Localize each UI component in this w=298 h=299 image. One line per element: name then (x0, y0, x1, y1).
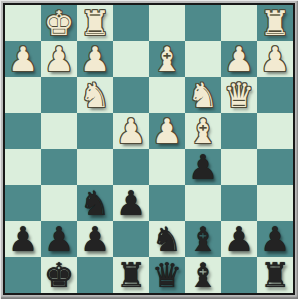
white-pawn[interactable]: ♟ (116, 113, 146, 149)
black-pawn[interactable]: ♟ (188, 149, 218, 185)
square-a8[interactable] (5, 5, 41, 41)
square-g7[interactable]: ♟ (221, 41, 257, 77)
square-h4[interactable] (257, 149, 293, 185)
square-e4[interactable] (149, 149, 185, 185)
square-h7[interactable]: ♟ (257, 41, 293, 77)
black-king[interactable]: ♚ (44, 257, 74, 293)
square-h3[interactable] (257, 185, 293, 221)
white-pawn[interactable]: ♟ (8, 41, 38, 77)
white-rook[interactable]: ♜ (260, 5, 290, 41)
square-f4[interactable]: ♟ (185, 149, 221, 185)
white-queen[interactable]: ♛ (224, 77, 254, 113)
square-h2[interactable]: ♟ (257, 221, 293, 257)
square-d8[interactable] (113, 5, 149, 41)
square-e5[interactable]: ♟ (149, 113, 185, 149)
square-d4[interactable] (113, 149, 149, 185)
square-d5[interactable]: ♟ (113, 113, 149, 149)
black-rook[interactable]: ♜ (260, 257, 290, 293)
square-f5[interactable]: ♝ (185, 113, 221, 149)
square-g6[interactable]: ♛ (221, 77, 257, 113)
square-g4[interactable] (221, 149, 257, 185)
square-e7[interactable]: ♝ (149, 41, 185, 77)
square-e2[interactable]: ♞ (149, 221, 185, 257)
square-f8[interactable] (185, 5, 221, 41)
square-a1[interactable] (5, 257, 41, 293)
white-bishop[interactable]: ♝ (152, 41, 182, 77)
square-e1[interactable]: ♛ (149, 257, 185, 293)
square-d7[interactable] (113, 41, 149, 77)
black-queen[interactable]: ♛ (152, 257, 182, 293)
white-pawn[interactable]: ♟ (80, 41, 110, 77)
black-pawn[interactable]: ♟ (116, 185, 146, 221)
white-knight[interactable]: ♞ (80, 77, 110, 113)
square-f2[interactable]: ♝ (185, 221, 221, 257)
square-b7[interactable]: ♟ (41, 41, 77, 77)
square-a7[interactable]: ♟ (5, 41, 41, 77)
square-b1[interactable]: ♚ (41, 257, 77, 293)
white-pawn[interactable]: ♟ (152, 113, 182, 149)
square-c2[interactable]: ♟ (77, 221, 113, 257)
square-h8[interactable]: ♜ (257, 5, 293, 41)
square-g1[interactable] (221, 257, 257, 293)
square-e8[interactable] (149, 5, 185, 41)
white-knight[interactable]: ♞ (188, 77, 218, 113)
square-b5[interactable] (41, 113, 77, 149)
square-f1[interactable]: ♝ (185, 257, 221, 293)
square-h1[interactable]: ♜ (257, 257, 293, 293)
square-g2[interactable]: ♟ (221, 221, 257, 257)
white-pawn[interactable]: ♟ (44, 41, 74, 77)
square-a4[interactable] (5, 149, 41, 185)
square-d6[interactable] (113, 77, 149, 113)
square-c7[interactable]: ♟ (77, 41, 113, 77)
square-c3[interactable]: ♞ (77, 185, 113, 221)
square-c4[interactable] (77, 149, 113, 185)
white-rook[interactable]: ♜ (80, 5, 110, 41)
square-h5[interactable] (257, 113, 293, 149)
square-c8[interactable]: ♜ (77, 5, 113, 41)
square-g8[interactable] (221, 5, 257, 41)
square-a2[interactable]: ♟ (5, 221, 41, 257)
square-b6[interactable] (41, 77, 77, 113)
square-e6[interactable] (149, 77, 185, 113)
black-pawn[interactable]: ♟ (260, 221, 290, 257)
black-pawn[interactable]: ♟ (80, 221, 110, 257)
chess-board: ♚♜♜♟♟♟♝♟♟♞♞♛♟♟♝♟♞♟♟♟♟♞♝♟♟♚♜♛♝♜ (3, 3, 295, 295)
black-rook[interactable]: ♜ (116, 257, 146, 293)
black-pawn[interactable]: ♟ (8, 221, 38, 257)
square-g3[interactable] (221, 185, 257, 221)
black-knight[interactable]: ♞ (152, 221, 182, 257)
board-frame: ♚♜♜♟♟♟♝♟♟♞♞♛♟♟♝♟♞♟♟♟♟♞♝♟♟♚♜♛♝♜ (0, 0, 298, 299)
square-c5[interactable] (77, 113, 113, 149)
white-bishop[interactable]: ♝ (188, 113, 218, 149)
square-b3[interactable] (41, 185, 77, 221)
square-d3[interactable]: ♟ (113, 185, 149, 221)
square-f3[interactable] (185, 185, 221, 221)
white-pawn[interactable]: ♟ (260, 41, 290, 77)
square-b2[interactable]: ♟ (41, 221, 77, 257)
square-b4[interactable] (41, 149, 77, 185)
square-c6[interactable]: ♞ (77, 77, 113, 113)
square-f7[interactable] (185, 41, 221, 77)
square-a5[interactable] (5, 113, 41, 149)
square-f6[interactable]: ♞ (185, 77, 221, 113)
square-g5[interactable] (221, 113, 257, 149)
square-b8[interactable]: ♚ (41, 5, 77, 41)
square-a6[interactable] (5, 77, 41, 113)
black-pawn[interactable]: ♟ (224, 221, 254, 257)
white-king[interactable]: ♚ (44, 5, 74, 41)
square-a3[interactable] (5, 185, 41, 221)
square-c1[interactable] (77, 257, 113, 293)
black-pawn[interactable]: ♟ (44, 221, 74, 257)
square-d2[interactable] (113, 221, 149, 257)
square-h6[interactable] (257, 77, 293, 113)
black-bishop[interactable]: ♝ (188, 257, 218, 293)
black-bishop[interactable]: ♝ (188, 221, 218, 257)
white-pawn[interactable]: ♟ (224, 41, 254, 77)
square-e3[interactable] (149, 185, 185, 221)
square-d1[interactable]: ♜ (113, 257, 149, 293)
black-knight[interactable]: ♞ (80, 185, 110, 221)
